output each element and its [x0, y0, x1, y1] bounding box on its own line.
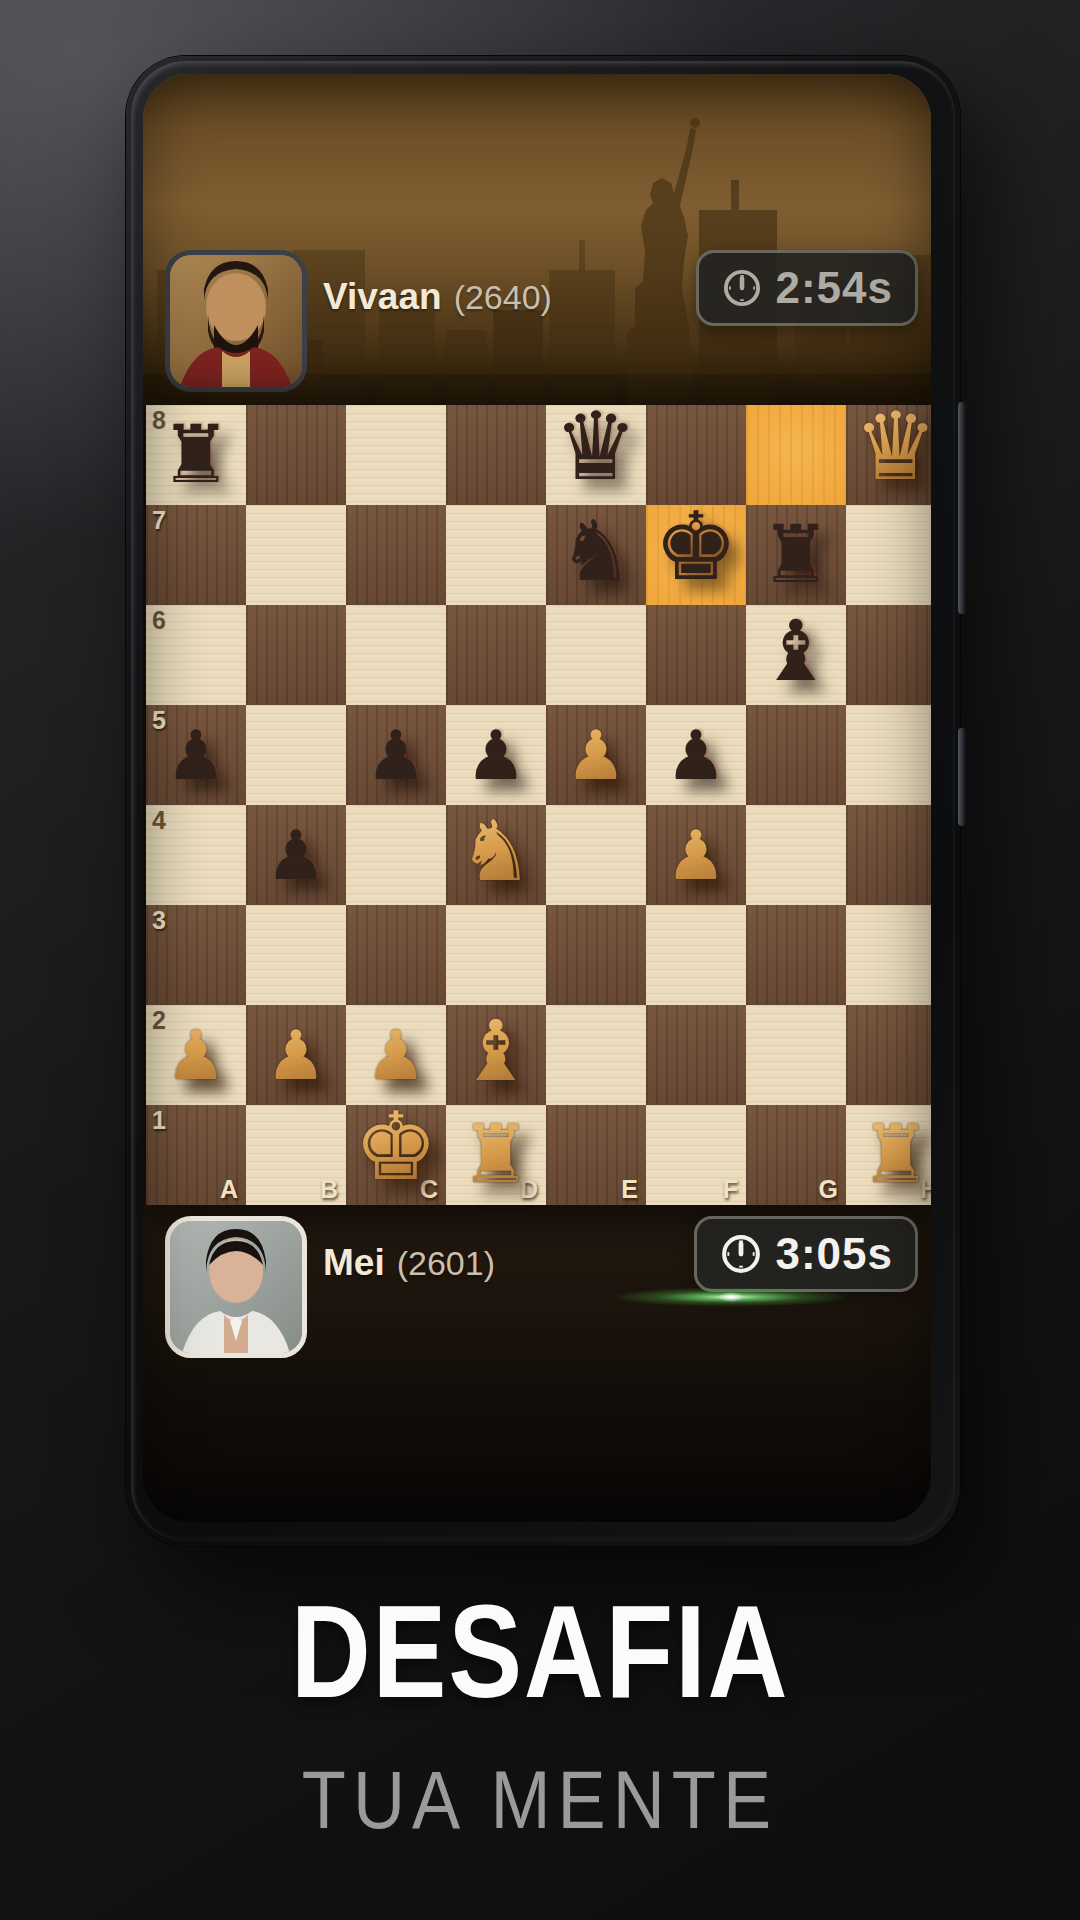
square-d4[interactable]: ♞ [446, 805, 546, 905]
piece-white-pawn[interactable]: ♟ [246, 1005, 346, 1105]
player-rating: (2601) [397, 1244, 495, 1283]
square-f8[interactable] [646, 405, 746, 505]
piece-white-rook[interactable]: ♜ [446, 1105, 546, 1205]
player-bar-bottom: Mei (2601) 3:05s [143, 1216, 931, 1356]
square-b6[interactable] [246, 605, 346, 705]
piece-black-queen[interactable]: ♛ [546, 397, 646, 497]
square-g5[interactable] [746, 705, 846, 805]
square-b3[interactable] [246, 905, 346, 1005]
square-c7[interactable] [346, 505, 446, 605]
player-name: Mei [323, 1242, 385, 1284]
piece-white-king[interactable]: ♚ [346, 1097, 446, 1197]
piece-black-knight[interactable]: ♞ [546, 501, 646, 601]
square-f5[interactable]: ♟ [646, 705, 746, 805]
square-b8[interactable] [246, 405, 346, 505]
square-a4[interactable]: 4 [146, 805, 246, 905]
square-h6[interactable] [846, 605, 931, 705]
square-g4[interactable] [746, 805, 846, 905]
file-label-e: E [621, 1177, 638, 1202]
square-e2[interactable] [546, 1005, 646, 1105]
piece-white-knight[interactable]: ♞ [446, 801, 546, 901]
square-h2[interactable] [846, 1005, 931, 1105]
player-name-top: Vivaan (2640) [323, 276, 552, 318]
piece-black-pawn[interactable]: ♟ [246, 805, 346, 905]
square-b2[interactable]: ♟ [246, 1005, 346, 1105]
piece-black-pawn[interactable]: ♟ [146, 705, 246, 805]
avatar-vivaan [165, 250, 307, 392]
square-h1[interactable]: H♜ [846, 1105, 931, 1205]
piece-white-bishop[interactable]: ♝ [446, 1001, 546, 1101]
piece-black-rook[interactable]: ♜ [746, 505, 846, 605]
square-a1[interactable]: 1A [146, 1105, 246, 1205]
square-a6[interactable]: 6 [146, 605, 246, 705]
square-b4[interactable]: ♟ [246, 805, 346, 905]
player-name-bottom: Mei (2601) [323, 1242, 495, 1284]
rank-label-7: 7 [152, 508, 166, 533]
square-c8[interactable] [346, 405, 446, 505]
piece-white-rook[interactable]: ♜ [846, 1105, 931, 1205]
clock-top: 2:54s [696, 250, 918, 326]
square-a3[interactable]: 3 [146, 905, 246, 1005]
square-f7[interactable]: ♚ [646, 505, 746, 605]
square-g3[interactable] [746, 905, 846, 1005]
square-d1[interactable]: D♜ [446, 1105, 546, 1205]
file-label-g: G [819, 1177, 838, 1202]
active-turn-green-flare [571, 1284, 891, 1310]
square-h8[interactable]: ♛ [846, 405, 931, 505]
square-d3[interactable] [446, 905, 546, 1005]
phone-screen: Vivaan (2640) 2:54s 8♜♛♛7♞♚♜6♝5♟♟♟♟♟4♟♞♟… [143, 74, 931, 1522]
phone-mockup: Vivaan (2640) 2:54s 8♜♛♛7♞♚♜6♝5♟♟♟♟♟4♟♞♟… [126, 56, 960, 1546]
square-e4[interactable] [546, 805, 646, 905]
square-g8[interactable] [746, 405, 846, 505]
rank-label-1: 1 [152, 1108, 166, 1133]
chess-board[interactable]: 8♜♛♛7♞♚♜6♝5♟♟♟♟♟4♟♞♟32♟♟♟♝1ABC♚D♜EFGH♜ [146, 405, 931, 1205]
square-e5[interactable]: ♟ [546, 705, 646, 805]
square-c1[interactable]: C♚ [346, 1105, 446, 1205]
square-g2[interactable] [746, 1005, 846, 1105]
piece-white-pawn[interactable]: ♟ [146, 1005, 246, 1105]
file-label-b: B [320, 1177, 338, 1202]
clock-icon [719, 1232, 763, 1276]
square-c5[interactable]: ♟ [346, 705, 446, 805]
square-f3[interactable] [646, 905, 746, 1005]
square-d2[interactable]: ♝ [446, 1005, 546, 1105]
square-g6[interactable]: ♝ [746, 605, 846, 705]
piece-black-rook[interactable]: ♜ [146, 405, 246, 505]
player-bar-top: Vivaan (2640) 2:54s [143, 250, 931, 390]
player-name: Vivaan [323, 276, 442, 318]
square-c6[interactable] [346, 605, 446, 705]
square-e1[interactable]: E [546, 1105, 646, 1205]
rank-label-3: 3 [152, 908, 166, 933]
square-h3[interactable] [846, 905, 931, 1005]
square-b1[interactable]: B [246, 1105, 346, 1205]
clock-bottom: 3:05s [694, 1216, 918, 1292]
player-rating: (2640) [454, 278, 552, 317]
square-d8[interactable] [446, 405, 546, 505]
square-c2[interactable]: ♟ [346, 1005, 446, 1105]
rank-label-6: 6 [152, 608, 166, 633]
square-h7[interactable] [846, 505, 931, 605]
square-b5[interactable] [246, 705, 346, 805]
square-e6[interactable] [546, 605, 646, 705]
piece-white-pawn[interactable]: ♟ [546, 705, 646, 805]
piece-white-pawn[interactable]: ♟ [646, 805, 746, 905]
file-label-a: A [220, 1177, 238, 1202]
square-b7[interactable] [246, 505, 346, 605]
piece-black-pawn[interactable]: ♟ [646, 705, 746, 805]
square-c3[interactable] [346, 905, 446, 1005]
piece-white-queen[interactable]: ♛ [846, 397, 931, 497]
caption-title: DESAFIA [86, 1576, 993, 1727]
square-e8[interactable]: ♛ [546, 405, 646, 505]
square-a7[interactable]: 7 [146, 505, 246, 605]
square-f1[interactable]: F [646, 1105, 746, 1205]
square-a5[interactable]: 5♟ [146, 705, 246, 805]
volume-button [958, 402, 966, 614]
square-a8[interactable]: 8♜ [146, 405, 246, 505]
square-e7[interactable]: ♞ [546, 505, 646, 605]
square-e3[interactable] [546, 905, 646, 1005]
piece-white-pawn[interactable]: ♟ [346, 1005, 446, 1105]
clock-time-top: 2:54s [775, 263, 893, 313]
clock-time-bottom: 3:05s [775, 1229, 893, 1279]
square-g1[interactable]: G [746, 1105, 846, 1205]
marketing-caption: DESAFIA TUA MENTE [0, 1576, 1080, 1847]
rank-label-4: 4 [152, 808, 166, 833]
square-h5[interactable] [846, 705, 931, 805]
square-h4[interactable] [846, 805, 931, 905]
avatar-mei [165, 1216, 307, 1358]
piece-black-king[interactable]: ♚ [646, 497, 746, 597]
square-d5[interactable]: ♟ [446, 705, 546, 805]
square-a2[interactable]: 2♟ [146, 1005, 246, 1105]
square-f2[interactable] [646, 1005, 746, 1105]
square-d7[interactable] [446, 505, 546, 605]
square-f6[interactable] [646, 605, 746, 705]
square-g7[interactable]: ♜ [746, 505, 846, 605]
caption-subtitle: TUA MENTE [65, 1753, 1015, 1847]
square-c4[interactable] [346, 805, 446, 905]
square-d6[interactable] [446, 605, 546, 705]
piece-black-bishop[interactable]: ♝ [746, 601, 846, 701]
piece-black-pawn[interactable]: ♟ [346, 705, 446, 805]
piece-black-pawn[interactable]: ♟ [446, 705, 546, 805]
power-button [958, 728, 966, 826]
file-label-f: F [723, 1177, 738, 1202]
square-f4[interactable]: ♟ [646, 805, 746, 905]
clock-icon [721, 267, 763, 309]
